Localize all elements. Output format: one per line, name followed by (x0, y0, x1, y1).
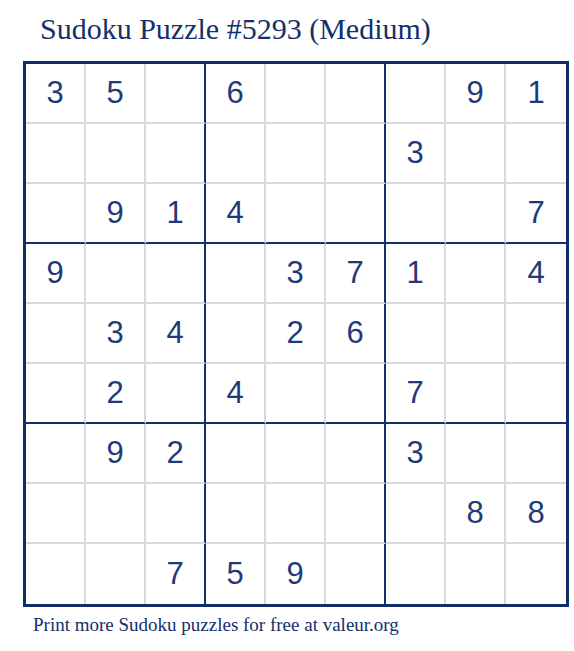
sudoku-cell-r8c5[interactable] (266, 484, 326, 544)
sudoku-cell-r7c9[interactable] (506, 424, 566, 484)
sudoku-cell-r8c9[interactable]: 8 (506, 484, 566, 544)
sudoku-cell-r8c2[interactable] (86, 484, 146, 544)
sudoku-cell-r9c9[interactable] (506, 544, 566, 604)
sudoku-cell-r4c9[interactable]: 4 (506, 244, 566, 304)
sudoku-cell-r1c7[interactable] (386, 64, 446, 124)
sudoku-cell-r6c1[interactable] (26, 364, 86, 424)
sudoku-cell-r9c3[interactable]: 7 (146, 544, 206, 604)
sudoku-cell-r2c8[interactable] (446, 124, 506, 184)
sudoku-cell-r2c9[interactable] (506, 124, 566, 184)
sudoku-cell-r3c1[interactable] (26, 184, 86, 244)
sudoku-cell-r3c8[interactable] (446, 184, 506, 244)
sudoku-cell-r3c3[interactable]: 1 (146, 184, 206, 244)
sudoku-cell-r2c3[interactable] (146, 124, 206, 184)
sudoku-cell-r6c8[interactable] (446, 364, 506, 424)
sudoku-cell-r6c6[interactable] (326, 364, 386, 424)
sudoku-cell-r4c3[interactable] (146, 244, 206, 304)
sudoku-cell-r1c1[interactable]: 3 (26, 64, 86, 124)
sudoku-cell-r2c4[interactable] (206, 124, 266, 184)
sudoku-cell-r8c7[interactable] (386, 484, 446, 544)
footer-text: Print more Sudoku puzzles for free at va… (33, 614, 399, 636)
sudoku-cell-r3c4[interactable]: 4 (206, 184, 266, 244)
page-title: Sudoku Puzzle #5293 (Medium) (40, 12, 431, 46)
sudoku-cell-r5c4[interactable] (206, 304, 266, 364)
sudoku-cell-r7c8[interactable] (446, 424, 506, 484)
sudoku-cell-r1c2[interactable]: 5 (86, 64, 146, 124)
sudoku-cell-r6c7[interactable]: 7 (386, 364, 446, 424)
sudoku-cell-r5c6[interactable]: 6 (326, 304, 386, 364)
sudoku-cell-r4c7[interactable]: 1 (386, 244, 446, 304)
sudoku-cell-r9c2[interactable] (86, 544, 146, 604)
sudoku-cell-r1c8[interactable]: 9 (446, 64, 506, 124)
sudoku-cell-r9c4[interactable]: 5 (206, 544, 266, 604)
sudoku-cell-r6c5[interactable] (266, 364, 326, 424)
sudoku-cell-r6c3[interactable] (146, 364, 206, 424)
sudoku-cell-r4c1[interactable]: 9 (26, 244, 86, 304)
sudoku-cell-r4c4[interactable] (206, 244, 266, 304)
sudoku-cell-r1c9[interactable]: 1 (506, 64, 566, 124)
sudoku-cell-r5c9[interactable] (506, 304, 566, 364)
sudoku-cell-r6c2[interactable]: 2 (86, 364, 146, 424)
sudoku-cell-r9c8[interactable] (446, 544, 506, 604)
sudoku-cell-r7c7[interactable]: 3 (386, 424, 446, 484)
sudoku-cell-r5c1[interactable] (26, 304, 86, 364)
sudoku-cell-r2c5[interactable] (266, 124, 326, 184)
sudoku-cell-r8c3[interactable] (146, 484, 206, 544)
sudoku-cell-r1c3[interactable] (146, 64, 206, 124)
sudoku-cell-r9c6[interactable] (326, 544, 386, 604)
sudoku-cell-r8c4[interactable] (206, 484, 266, 544)
sudoku-cell-r5c7[interactable] (386, 304, 446, 364)
sudoku-cell-r4c2[interactable] (86, 244, 146, 304)
sudoku-cell-r9c1[interactable] (26, 544, 86, 604)
sudoku-cell-r8c8[interactable]: 8 (446, 484, 506, 544)
sudoku-cell-r4c6[interactable]: 7 (326, 244, 386, 304)
sudoku-cell-r7c6[interactable] (326, 424, 386, 484)
sudoku-cell-r6c9[interactable] (506, 364, 566, 424)
sudoku-cell-r7c3[interactable]: 2 (146, 424, 206, 484)
sudoku-cell-r6c4[interactable]: 4 (206, 364, 266, 424)
sudoku-cell-r9c7[interactable] (386, 544, 446, 604)
sudoku-cell-r5c5[interactable]: 2 (266, 304, 326, 364)
sudoku-cell-r4c8[interactable] (446, 244, 506, 304)
sudoku-cell-r2c2[interactable] (86, 124, 146, 184)
sudoku-cell-r3c9[interactable]: 7 (506, 184, 566, 244)
sudoku-cell-r3c5[interactable] (266, 184, 326, 244)
sudoku-page: Sudoku Puzzle #5293 (Medium) 35691391479… (0, 0, 574, 651)
sudoku-cell-r7c5[interactable] (266, 424, 326, 484)
sudoku-cell-r5c3[interactable]: 4 (146, 304, 206, 364)
sudoku-cell-r3c7[interactable] (386, 184, 446, 244)
sudoku-cell-r1c6[interactable] (326, 64, 386, 124)
sudoku-cell-r8c6[interactable] (326, 484, 386, 544)
sudoku-cell-r2c7[interactable]: 3 (386, 124, 446, 184)
sudoku-cell-r3c6[interactable] (326, 184, 386, 244)
sudoku-cell-r5c8[interactable] (446, 304, 506, 364)
sudoku-cell-r3c2[interactable]: 9 (86, 184, 146, 244)
sudoku-cell-r2c1[interactable] (26, 124, 86, 184)
sudoku-cell-r7c4[interactable] (206, 424, 266, 484)
sudoku-board: 356913914793714342624792388759 (23, 61, 569, 607)
sudoku-cell-r7c1[interactable] (26, 424, 86, 484)
sudoku-cell-r4c5[interactable]: 3 (266, 244, 326, 304)
sudoku-cell-r8c1[interactable] (26, 484, 86, 544)
sudoku-cell-r9c5[interactable]: 9 (266, 544, 326, 604)
sudoku-cell-r1c5[interactable] (266, 64, 326, 124)
sudoku-cell-r1c4[interactable]: 6 (206, 64, 266, 124)
sudoku-cell-r2c6[interactable] (326, 124, 386, 184)
sudoku-cell-r7c2[interactable]: 9 (86, 424, 146, 484)
sudoku-cell-r5c2[interactable]: 3 (86, 304, 146, 364)
